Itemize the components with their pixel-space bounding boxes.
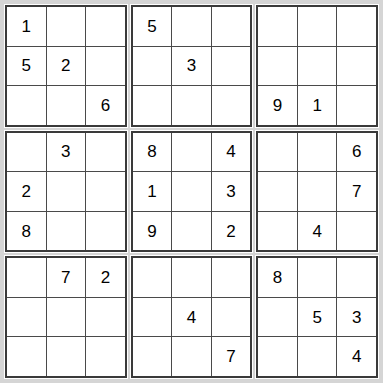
cell-r4c6[interactable]: 4 (212, 133, 251, 172)
cell-r4c1[interactable] (7, 133, 46, 172)
cell-r5c1[interactable]: 2 (7, 172, 46, 211)
cell-r1c4[interactable]: 5 (133, 7, 172, 46)
box-2-3: 674 (256, 131, 378, 253)
cell-r7c2[interactable]: 7 (47, 258, 86, 297)
cell-r9c8[interactable] (298, 337, 337, 376)
cell-r9c2[interactable] (47, 337, 86, 376)
cell-r8c2[interactable] (47, 298, 86, 337)
cell-r8c6[interactable] (212, 298, 251, 337)
cell-r3c1[interactable] (7, 86, 46, 125)
cell-r6c2[interactable] (47, 212, 86, 251)
box-3-1: 72 (5, 256, 127, 378)
box-1-1: 1526 (5, 5, 127, 127)
cell-r4c9[interactable]: 6 (337, 133, 376, 172)
cell-r9c4[interactable] (133, 337, 172, 376)
box-2-2: 841392 (131, 131, 253, 253)
cell-r5c8[interactable] (298, 172, 337, 211)
cell-r7c5[interactable] (172, 258, 211, 297)
cell-r7c9[interactable] (337, 258, 376, 297)
cell-r6c6[interactable]: 2 (212, 212, 251, 251)
box-1-2: 53 (131, 5, 253, 127)
cell-r7c1[interactable] (7, 258, 46, 297)
cell-r6c4[interactable]: 9 (133, 212, 172, 251)
cell-r5c9[interactable]: 7 (337, 172, 376, 211)
cell-r8c1[interactable] (7, 298, 46, 337)
cell-r5c7[interactable] (258, 172, 297, 211)
cell-r1c9[interactable] (337, 7, 376, 46)
cell-r4c3[interactable] (86, 133, 125, 172)
cell-r7c7[interactable]: 8 (258, 258, 297, 297)
cell-r9c3[interactable] (86, 337, 125, 376)
cell-r1c5[interactable] (172, 7, 211, 46)
cell-r6c5[interactable] (172, 212, 211, 251)
cell-r4c7[interactable] (258, 133, 297, 172)
cell-r1c6[interactable] (212, 7, 251, 46)
box-3-2: 47 (131, 256, 253, 378)
cell-r3c3[interactable]: 6 (86, 86, 125, 125)
cell-r7c6[interactable] (212, 258, 251, 297)
cell-r9c5[interactable] (172, 337, 211, 376)
cell-r6c3[interactable] (86, 212, 125, 251)
cell-r2c5[interactable]: 3 (172, 47, 211, 86)
cell-r5c3[interactable] (86, 172, 125, 211)
cell-r5c4[interactable]: 1 (133, 172, 172, 211)
sudoku-board: 1526539132884139267472478534 (0, 0, 383, 383)
cell-r7c3[interactable]: 2 (86, 258, 125, 297)
cell-r4c8[interactable] (298, 133, 337, 172)
cell-r3c9[interactable] (337, 86, 376, 125)
cell-r2c8[interactable] (298, 47, 337, 86)
cell-r5c6[interactable]: 3 (212, 172, 251, 211)
cell-r7c8[interactable] (298, 258, 337, 297)
cell-r2c2[interactable]: 2 (47, 47, 86, 86)
cell-r9c7[interactable] (258, 337, 297, 376)
cell-r6c7[interactable] (258, 212, 297, 251)
cell-r8c7[interactable] (258, 298, 297, 337)
cell-r2c7[interactable] (258, 47, 297, 86)
cell-r2c3[interactable] (86, 47, 125, 86)
cell-r3c6[interactable] (212, 86, 251, 125)
box-1-3: 91 (256, 5, 378, 127)
cell-r7c4[interactable] (133, 258, 172, 297)
cell-r8c4[interactable] (133, 298, 172, 337)
cell-r1c2[interactable] (47, 7, 86, 46)
cell-r5c5[interactable] (172, 172, 211, 211)
cell-r4c5[interactable] (172, 133, 211, 172)
cell-r2c6[interactable] (212, 47, 251, 86)
cell-r1c8[interactable] (298, 7, 337, 46)
cell-r2c4[interactable] (133, 47, 172, 86)
cell-r8c8[interactable]: 5 (298, 298, 337, 337)
cell-r1c7[interactable] (258, 7, 297, 46)
cell-r8c5[interactable]: 4 (172, 298, 211, 337)
cell-r2c9[interactable] (337, 47, 376, 86)
box-3-3: 8534 (256, 256, 378, 378)
cell-r1c1[interactable]: 1 (7, 7, 46, 46)
cell-r6c1[interactable]: 8 (7, 212, 46, 251)
cell-r9c9[interactable]: 4 (337, 337, 376, 376)
cell-r3c4[interactable] (133, 86, 172, 125)
cell-r5c2[interactable] (47, 172, 86, 211)
cell-r9c6[interactable]: 7 (212, 337, 251, 376)
cell-r8c9[interactable]: 3 (337, 298, 376, 337)
box-2-1: 328 (5, 131, 127, 253)
cell-r4c2[interactable]: 3 (47, 133, 86, 172)
cell-r3c8[interactable]: 1 (298, 86, 337, 125)
cell-r3c5[interactable] (172, 86, 211, 125)
cell-r6c9[interactable] (337, 212, 376, 251)
cell-r1c3[interactable] (86, 7, 125, 46)
cell-r6c8[interactable]: 4 (298, 212, 337, 251)
cell-r8c3[interactable] (86, 298, 125, 337)
cell-r4c4[interactable]: 8 (133, 133, 172, 172)
cell-r3c7[interactable]: 9 (258, 86, 297, 125)
cell-r2c1[interactable]: 5 (7, 47, 46, 86)
cell-r3c2[interactable] (47, 86, 86, 125)
cell-r9c1[interactable] (7, 337, 46, 376)
